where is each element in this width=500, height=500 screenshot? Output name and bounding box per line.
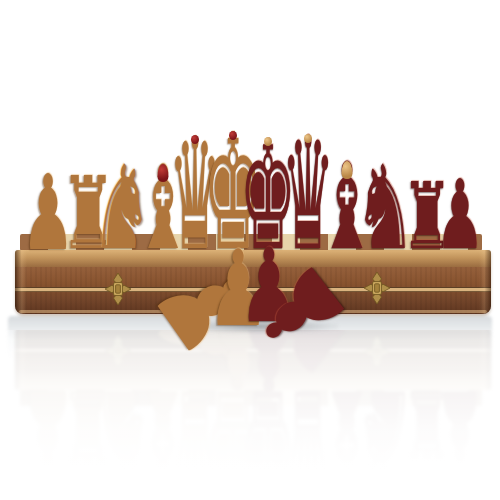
product-photo-stage: ♟♜♞♝♛♚♚♛♝♞♜♟ ♟♟♟♟ — [0, 0, 500, 500]
reflection: ♟♜♞♝♛♚♚♛♝♞♜♟ ♟♟♟♟ — [0, 330, 500, 500]
finial-tan — [264, 137, 272, 146]
chess-set-scene: ♟♜♞♝♛♚♚♛♝♞♜♟ ♟♟♟♟ — [0, 0, 500, 330]
chess-pawn-glyph: ♟ — [435, 167, 485, 263]
finial-red — [191, 135, 199, 144]
finial-red — [229, 131, 237, 140]
finial-red-drop — [158, 164, 169, 182]
finial-tan — [304, 134, 312, 143]
reflection-fade — [0, 330, 500, 500]
finial-tan-drop — [342, 161, 353, 179]
brass-clasp-left-icon — [103, 272, 133, 306]
